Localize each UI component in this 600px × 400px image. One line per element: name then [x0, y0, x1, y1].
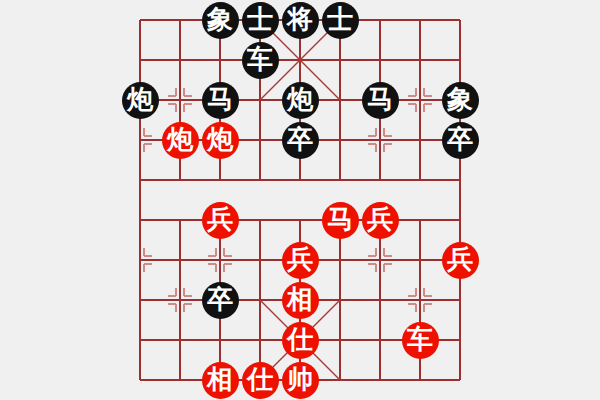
piece-black-elephant[interactable]: 象: [442, 82, 479, 119]
piece-black-horse[interactable]: 马: [202, 82, 239, 119]
piece-black-soldier[interactable]: 卒: [282, 122, 319, 159]
piece-red-soldier[interactable]: 兵: [282, 242, 319, 279]
piece-black-cannon[interactable]: 炮: [122, 82, 159, 119]
piece-red-general[interactable]: 帅: [282, 362, 319, 399]
piece-black-elephant[interactable]: 象: [202, 2, 239, 39]
piece-red-cannon[interactable]: 炮: [162, 122, 199, 159]
piece-black-soldier[interactable]: 卒: [202, 282, 239, 319]
pieces-layer: 象士将士车炮马炮马象卒卒卒炮炮兵马兵兵兵相仕车相仕帅: [0, 0, 600, 400]
piece-black-advisor[interactable]: 士: [242, 2, 279, 39]
piece-red-chariot[interactable]: 车: [402, 322, 439, 359]
piece-black-cannon[interactable]: 炮: [282, 82, 319, 119]
piece-red-soldier[interactable]: 兵: [362, 202, 399, 239]
piece-red-cannon[interactable]: 炮: [202, 122, 239, 159]
piece-black-advisor[interactable]: 士: [322, 2, 359, 39]
piece-black-general[interactable]: 将: [282, 2, 319, 39]
piece-red-elephant[interactable]: 相: [282, 282, 319, 319]
piece-black-horse[interactable]: 马: [362, 82, 399, 119]
piece-red-elephant[interactable]: 相: [202, 362, 239, 399]
xiangqi-app-background: 象士将士车炮马炮马象卒卒卒炮炮兵马兵兵兵相仕车相仕帅: [0, 0, 600, 400]
piece-black-chariot[interactable]: 车: [242, 42, 279, 79]
piece-red-soldier[interactable]: 兵: [442, 242, 479, 279]
piece-red-horse[interactable]: 马: [322, 202, 359, 239]
piece-black-soldier[interactable]: 卒: [442, 122, 479, 159]
piece-red-advisor[interactable]: 仕: [282, 322, 319, 359]
piece-red-soldier[interactable]: 兵: [202, 202, 239, 239]
piece-red-advisor[interactable]: 仕: [242, 362, 279, 399]
